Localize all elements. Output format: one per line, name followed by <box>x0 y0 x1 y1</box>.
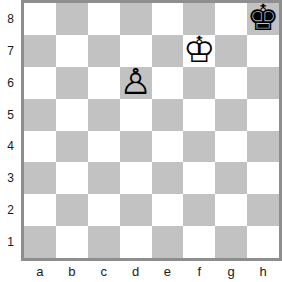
square-b4[interactable] <box>56 131 88 163</box>
square-h2[interactable] <box>247 194 279 226</box>
square-g1[interactable] <box>215 226 247 258</box>
square-f6[interactable] <box>183 67 215 99</box>
square-d4[interactable] <box>120 131 152 163</box>
square-e8[interactable] <box>152 3 184 35</box>
rank-label-2: 2 <box>0 194 21 226</box>
rank-label-4: 4 <box>0 131 21 163</box>
square-f7[interactable]: ♔ <box>183 35 215 67</box>
rank-label-1: 1 <box>0 226 21 258</box>
square-h7[interactable] <box>247 35 279 67</box>
rank-label-6: 6 <box>0 67 21 99</box>
file-label-f: f <box>183 261 215 281</box>
square-c7[interactable] <box>88 35 120 67</box>
square-c1[interactable] <box>88 226 120 258</box>
square-h1[interactable] <box>247 226 279 258</box>
square-a1[interactable] <box>24 226 56 258</box>
rank-label-3: 3 <box>0 162 21 194</box>
square-e6[interactable] <box>152 67 184 99</box>
square-b6[interactable] <box>56 67 88 99</box>
rank-labels: 87654321 <box>0 3 21 258</box>
square-a2[interactable] <box>24 194 56 226</box>
square-d6[interactable]: ♙ <box>120 67 152 99</box>
square-c3[interactable] <box>88 162 120 194</box>
square-d7[interactable] <box>120 35 152 67</box>
square-h5[interactable] <box>247 99 279 131</box>
rank-label-8: 8 <box>0 3 21 35</box>
square-b3[interactable] <box>56 162 88 194</box>
square-g7[interactable] <box>215 35 247 67</box>
square-b8[interactable] <box>56 3 88 35</box>
square-e3[interactable] <box>152 162 184 194</box>
square-e4[interactable] <box>152 131 184 163</box>
square-a4[interactable] <box>24 131 56 163</box>
square-g6[interactable] <box>215 67 247 99</box>
square-h3[interactable] <box>247 162 279 194</box>
piece-white-king: ♔ <box>183 35 215 65</box>
square-f1[interactable] <box>183 226 215 258</box>
square-a5[interactable] <box>24 99 56 131</box>
rank-label-7: 7 <box>0 35 21 67</box>
chess-board: ♚♔♙ <box>24 3 279 258</box>
square-b1[interactable] <box>56 226 88 258</box>
square-a8[interactable] <box>24 3 56 35</box>
square-g4[interactable] <box>215 131 247 163</box>
square-h6[interactable] <box>247 67 279 99</box>
square-e7[interactable] <box>152 35 184 67</box>
square-a6[interactable] <box>24 67 56 99</box>
chess-diagram: 87654321 ♚♔♙ abcdefgh <box>0 0 282 282</box>
square-c4[interactable] <box>88 131 120 163</box>
file-label-g: g <box>215 261 247 281</box>
square-e2[interactable] <box>152 194 184 226</box>
file-label-h: h <box>247 261 279 281</box>
square-g3[interactable] <box>215 162 247 194</box>
square-b5[interactable] <box>56 99 88 131</box>
square-g2[interactable] <box>215 194 247 226</box>
square-f2[interactable] <box>183 194 215 226</box>
file-label-c: c <box>88 261 120 281</box>
square-c5[interactable] <box>88 99 120 131</box>
square-b7[interactable] <box>56 35 88 67</box>
square-e1[interactable] <box>152 226 184 258</box>
square-b2[interactable] <box>56 194 88 226</box>
square-g5[interactable] <box>215 99 247 131</box>
square-f8[interactable] <box>183 3 215 35</box>
file-label-a: a <box>24 261 56 281</box>
square-c8[interactable] <box>88 3 120 35</box>
square-h8[interactable]: ♚ <box>247 3 279 35</box>
file-labels: abcdefgh <box>24 261 279 281</box>
square-f5[interactable] <box>183 99 215 131</box>
square-f4[interactable] <box>183 131 215 163</box>
file-label-d: d <box>120 261 152 281</box>
rank-label-5: 5 <box>0 99 21 131</box>
square-e5[interactable] <box>152 99 184 131</box>
piece-white-pawn: ♙ <box>120 67 152 97</box>
square-a7[interactable] <box>24 35 56 67</box>
square-d3[interactable] <box>120 162 152 194</box>
square-d1[interactable] <box>120 226 152 258</box>
square-c2[interactable] <box>88 194 120 226</box>
square-d8[interactable] <box>120 3 152 35</box>
board-frame: ♚♔♙ <box>21 0 282 261</box>
piece-black-king: ♚ <box>247 3 279 33</box>
square-h4[interactable] <box>247 131 279 163</box>
square-d5[interactable] <box>120 99 152 131</box>
file-label-b: b <box>56 261 88 281</box>
square-f3[interactable] <box>183 162 215 194</box>
square-a3[interactable] <box>24 162 56 194</box>
file-label-e: e <box>152 261 184 281</box>
square-d2[interactable] <box>120 194 152 226</box>
square-g8[interactable] <box>215 3 247 35</box>
square-c6[interactable] <box>88 67 120 99</box>
